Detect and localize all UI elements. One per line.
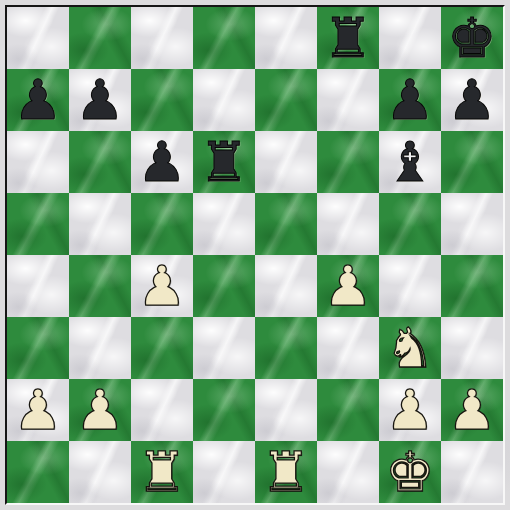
- piece-white-pawn[interactable]: ♟: [137, 255, 186, 317]
- piece-black-pawn[interactable]: ♟: [137, 131, 186, 193]
- square-a1[interactable]: [7, 441, 69, 503]
- square-d4[interactable]: [193, 255, 255, 317]
- square-c3[interactable]: [131, 317, 193, 379]
- square-c2[interactable]: [131, 379, 193, 441]
- piece-white-knight[interactable]: ♞: [385, 317, 434, 379]
- square-h1[interactable]: [441, 441, 503, 503]
- square-d1[interactable]: [193, 441, 255, 503]
- square-d6[interactable]: ♜: [193, 131, 255, 193]
- piece-black-king[interactable]: ♚: [447, 7, 496, 69]
- square-b2[interactable]: ♟: [69, 379, 131, 441]
- square-h7[interactable]: ♟: [441, 69, 503, 131]
- square-h6[interactable]: [441, 131, 503, 193]
- piece-white-rook[interactable]: ♜: [261, 441, 310, 503]
- square-d5[interactable]: [193, 193, 255, 255]
- square-b6[interactable]: [69, 131, 131, 193]
- square-f3[interactable]: [317, 317, 379, 379]
- piece-black-rook[interactable]: ♜: [323, 7, 372, 69]
- square-g4[interactable]: [379, 255, 441, 317]
- square-e1[interactable]: ♜: [255, 441, 317, 503]
- square-g2[interactable]: ♟: [379, 379, 441, 441]
- square-a2[interactable]: ♟: [7, 379, 69, 441]
- chess-board: ♜♚♟♟♟♟♟♜♝♟♟♞♟♟♟♟♜♜♚: [7, 7, 503, 503]
- piece-white-pawn[interactable]: ♟: [13, 379, 62, 441]
- square-f1[interactable]: [317, 441, 379, 503]
- square-c1[interactable]: ♜: [131, 441, 193, 503]
- square-c7[interactable]: [131, 69, 193, 131]
- piece-white-pawn[interactable]: ♟: [385, 379, 434, 441]
- square-e7[interactable]: [255, 69, 317, 131]
- square-b1[interactable]: [69, 441, 131, 503]
- square-d7[interactable]: [193, 69, 255, 131]
- square-d8[interactable]: [193, 7, 255, 69]
- square-g5[interactable]: [379, 193, 441, 255]
- piece-black-pawn[interactable]: ♟: [13, 69, 62, 131]
- square-a3[interactable]: [7, 317, 69, 379]
- square-a6[interactable]: [7, 131, 69, 193]
- square-c5[interactable]: [131, 193, 193, 255]
- square-b3[interactable]: [69, 317, 131, 379]
- square-d3[interactable]: [193, 317, 255, 379]
- piece-black-pawn[interactable]: ♟: [385, 69, 434, 131]
- square-e8[interactable]: [255, 7, 317, 69]
- square-f8[interactable]: ♜: [317, 7, 379, 69]
- square-e2[interactable]: [255, 379, 317, 441]
- piece-black-pawn[interactable]: ♟: [75, 69, 124, 131]
- square-h8[interactable]: ♚: [441, 7, 503, 69]
- square-f7[interactable]: [317, 69, 379, 131]
- board-frame: ♜♚♟♟♟♟♟♜♝♟♟♞♟♟♟♟♜♜♚: [5, 5, 505, 505]
- square-a5[interactable]: [7, 193, 69, 255]
- piece-white-pawn[interactable]: ♟: [447, 379, 496, 441]
- square-b5[interactable]: [69, 193, 131, 255]
- piece-black-pawn[interactable]: ♟: [447, 69, 496, 131]
- square-c6[interactable]: ♟: [131, 131, 193, 193]
- square-g8[interactable]: [379, 7, 441, 69]
- square-a8[interactable]: [7, 7, 69, 69]
- piece-black-rook[interactable]: ♜: [199, 131, 248, 193]
- square-b7[interactable]: ♟: [69, 69, 131, 131]
- square-a7[interactable]: ♟: [7, 69, 69, 131]
- square-e6[interactable]: [255, 131, 317, 193]
- square-f2[interactable]: [317, 379, 379, 441]
- square-b8[interactable]: [69, 7, 131, 69]
- square-d2[interactable]: [193, 379, 255, 441]
- piece-black-bishop[interactable]: ♝: [385, 131, 434, 193]
- square-f5[interactable]: [317, 193, 379, 255]
- square-e4[interactable]: [255, 255, 317, 317]
- square-h3[interactable]: [441, 317, 503, 379]
- square-c4[interactable]: ♟: [131, 255, 193, 317]
- square-h2[interactable]: ♟: [441, 379, 503, 441]
- square-e3[interactable]: [255, 317, 317, 379]
- square-f4[interactable]: ♟: [317, 255, 379, 317]
- square-h5[interactable]: [441, 193, 503, 255]
- square-g3[interactable]: ♞: [379, 317, 441, 379]
- square-g6[interactable]: ♝: [379, 131, 441, 193]
- square-e5[interactable]: [255, 193, 317, 255]
- piece-white-rook[interactable]: ♜: [137, 441, 186, 503]
- square-g7[interactable]: ♟: [379, 69, 441, 131]
- square-h4[interactable]: [441, 255, 503, 317]
- square-f6[interactable]: [317, 131, 379, 193]
- chess-app-window: ♜♚♟♟♟♟♟♜♝♟♟♞♟♟♟♟♜♜♚: [0, 0, 510, 510]
- piece-white-king[interactable]: ♚: [385, 441, 434, 503]
- square-b4[interactable]: [69, 255, 131, 317]
- square-c8[interactable]: [131, 7, 193, 69]
- piece-white-pawn[interactable]: ♟: [323, 255, 372, 317]
- piece-white-pawn[interactable]: ♟: [75, 379, 124, 441]
- square-g1[interactable]: ♚: [379, 441, 441, 503]
- square-a4[interactable]: [7, 255, 69, 317]
